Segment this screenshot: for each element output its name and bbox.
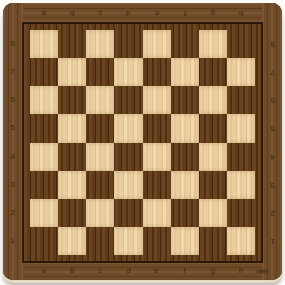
rank-label-right-7: 7 <box>266 58 279 86</box>
rank-label-left-8: 8 <box>6 30 19 58</box>
rank-label-right-3: 3 <box>266 171 279 199</box>
file-labels-bottom: abcdefgh <box>30 264 255 278</box>
square-d7[interactable] <box>114 58 142 86</box>
square-d5[interactable] <box>114 114 142 142</box>
square-h6[interactable] <box>227 86 255 114</box>
rank-label-right-8: 8 <box>266 30 279 58</box>
square-g4[interactable] <box>199 143 227 171</box>
square-a7[interactable] <box>30 58 58 86</box>
square-h3[interactable] <box>227 171 255 199</box>
square-g1[interactable] <box>199 227 227 255</box>
file-labels-top: abcdefgh <box>30 6 255 20</box>
square-e7[interactable] <box>143 58 171 86</box>
square-e3[interactable] <box>143 171 171 199</box>
file-label-top-b: b <box>58 6 86 20</box>
square-g3[interactable] <box>199 171 227 199</box>
square-a6[interactable] <box>30 86 58 114</box>
square-e6[interactable] <box>143 86 171 114</box>
square-a1[interactable] <box>30 227 58 255</box>
file-label-top-h: h <box>227 6 255 20</box>
square-g5[interactable] <box>199 114 227 142</box>
square-c8[interactable] <box>86 30 114 58</box>
file-label-bottom-e: e <box>143 264 171 278</box>
square-c1[interactable] <box>86 227 114 255</box>
square-e8[interactable] <box>143 30 171 58</box>
square-g2[interactable] <box>199 199 227 227</box>
photo-background: abcdefgh abcdefgh 87654321 87654321 <box>0 0 285 285</box>
rank-label-left-4: 4 <box>6 143 19 171</box>
file-label-top-a: a <box>30 6 58 20</box>
file-label-top-c: c <box>86 6 114 20</box>
file-label-top-g: g <box>199 6 227 20</box>
file-label-top-d: d <box>114 6 142 20</box>
square-c2[interactable] <box>86 199 114 227</box>
square-g6[interactable] <box>199 86 227 114</box>
file-label-bottom-b: b <box>58 264 86 278</box>
square-c7[interactable] <box>86 58 114 86</box>
rank-label-right-2: 2 <box>266 199 279 227</box>
square-f5[interactable] <box>171 114 199 142</box>
square-f6[interactable] <box>171 86 199 114</box>
square-d1[interactable] <box>114 227 142 255</box>
file-label-top-f: f <box>171 6 199 20</box>
square-c6[interactable] <box>86 86 114 114</box>
square-b3[interactable] <box>58 171 86 199</box>
file-label-top-e: e <box>143 6 171 20</box>
square-d2[interactable] <box>114 199 142 227</box>
rank-label-left-6: 6 <box>6 86 19 114</box>
squares-grid <box>30 30 255 255</box>
square-a4[interactable] <box>30 143 58 171</box>
square-e5[interactable] <box>143 114 171 142</box>
square-f1[interactable] <box>171 227 199 255</box>
square-a5[interactable] <box>30 114 58 142</box>
square-g8[interactable] <box>199 30 227 58</box>
rank-labels-left: 87654321 <box>6 30 19 255</box>
square-a3[interactable] <box>30 171 58 199</box>
rank-label-right-4: 4 <box>266 143 279 171</box>
rank-label-left-3: 3 <box>6 171 19 199</box>
square-a2[interactable] <box>30 199 58 227</box>
square-b1[interactable] <box>58 227 86 255</box>
file-label-bottom-c: c <box>86 264 114 278</box>
rank-label-left-1: 1 <box>6 227 19 255</box>
square-f2[interactable] <box>171 199 199 227</box>
square-h4[interactable] <box>227 143 255 171</box>
file-label-bottom-h: h <box>227 264 255 278</box>
rank-label-left-5: 5 <box>6 114 19 142</box>
file-label-bottom-f: f <box>171 264 199 278</box>
rank-label-left-2: 2 <box>6 199 19 227</box>
square-e4[interactable] <box>143 143 171 171</box>
square-c5[interactable] <box>86 114 114 142</box>
square-e2[interactable] <box>143 199 171 227</box>
square-f4[interactable] <box>171 143 199 171</box>
chess-board: abcdefgh abcdefgh 87654321 87654321 <box>3 3 282 280</box>
square-b5[interactable] <box>58 114 86 142</box>
square-h2[interactable] <box>227 199 255 227</box>
square-d6[interactable] <box>114 86 142 114</box>
square-f8[interactable] <box>171 30 199 58</box>
square-b6[interactable] <box>58 86 86 114</box>
square-f7[interactable] <box>171 58 199 86</box>
square-a8[interactable] <box>30 30 58 58</box>
square-g7[interactable] <box>199 58 227 86</box>
square-b2[interactable] <box>58 199 86 227</box>
square-d4[interactable] <box>114 143 142 171</box>
rank-label-right-6: 6 <box>266 86 279 114</box>
square-d8[interactable] <box>114 30 142 58</box>
square-f3[interactable] <box>171 171 199 199</box>
rank-label-left-7: 7 <box>6 58 19 86</box>
square-c4[interactable] <box>86 143 114 171</box>
square-b8[interactable] <box>58 30 86 58</box>
square-d3[interactable] <box>114 171 142 199</box>
square-h5[interactable] <box>227 114 255 142</box>
playing-field <box>22 22 263 263</box>
rank-label-right-1: 1 <box>266 227 279 255</box>
square-c3[interactable] <box>86 171 114 199</box>
rank-label-right-5: 5 <box>266 114 279 142</box>
square-h1[interactable] <box>227 227 255 255</box>
square-h7[interactable] <box>227 58 255 86</box>
file-label-bottom-g: g <box>199 264 227 278</box>
square-b4[interactable] <box>58 143 86 171</box>
square-h8[interactable] <box>227 30 255 58</box>
rank-labels-right: 87654321 <box>266 30 279 255</box>
square-e1[interactable] <box>143 227 171 255</box>
file-label-bottom-d: d <box>114 264 142 278</box>
square-b7[interactable] <box>58 58 86 86</box>
file-label-bottom-a: a <box>30 264 58 278</box>
